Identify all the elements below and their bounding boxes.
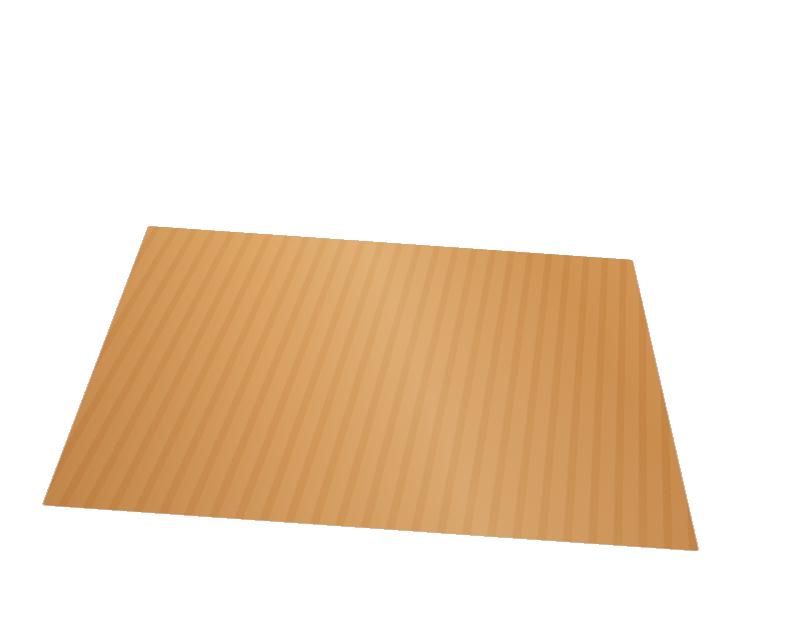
white-stone[interactable] — [149, 226, 633, 260]
black-stone[interactable] — [149, 226, 633, 260]
hoshi-point — [149, 226, 633, 260]
white-stone[interactable] — [149, 226, 633, 260]
hoshi-point — [149, 226, 633, 260]
black-stone[interactable] — [149, 226, 633, 260]
hoshi-point — [149, 226, 633, 260]
black-stone[interactable] — [149, 226, 633, 260]
white-stone[interactable] — [149, 226, 633, 260]
black-stone[interactable] — [149, 226, 633, 260]
black-stone[interactable] — [149, 226, 633, 260]
white-stone[interactable] — [149, 226, 633, 260]
black-stone[interactable] — [149, 226, 633, 260]
white-stone[interactable] — [149, 226, 633, 260]
black-stone[interactable] — [149, 226, 633, 260]
white-stone[interactable] — [149, 226, 633, 260]
white-stone[interactable] — [149, 226, 633, 260]
black-stone[interactable] — [149, 226, 633, 260]
black-stone[interactable] — [149, 226, 633, 260]
white-stone[interactable] — [149, 226, 633, 260]
white-stone[interactable] — [149, 226, 633, 260]
black-stone[interactable] — [149, 226, 633, 260]
board-scene — [62, 44, 702, 640]
black-stone[interactable] — [149, 226, 633, 260]
white-stone[interactable] — [149, 226, 633, 260]
black-stone[interactable] — [149, 226, 633, 260]
go-board[interactable] — [43, 226, 699, 551]
black-stone[interactable] — [149, 226, 633, 260]
black-stone[interactable] — [149, 226, 633, 260]
black-stone[interactable] — [149, 226, 633, 260]
white-stone[interactable] — [149, 226, 633, 260]
white-stone[interactable] — [149, 226, 633, 260]
hoshi-point — [149, 226, 633, 260]
white-stone[interactable] — [149, 226, 633, 260]
white-stone[interactable] — [149, 226, 633, 260]
white-stone[interactable] — [149, 226, 633, 260]
white-stone[interactable] — [149, 226, 633, 260]
white-stone[interactable] — [149, 226, 633, 260]
black-stone[interactable] — [149, 226, 633, 260]
board-grid[interactable] — [149, 226, 633, 260]
white-stone[interactable] — [149, 226, 633, 260]
black-stone[interactable] — [149, 226, 633, 260]
white-stone[interactable] — [149, 226, 633, 260]
black-stone[interactable] — [149, 226, 633, 260]
hoshi-point — [149, 226, 633, 260]
black-stone[interactable] — [149, 226, 633, 260]
black-stone[interactable] — [149, 226, 633, 260]
hoshi-point — [149, 226, 633, 260]
white-stone[interactable] — [149, 226, 633, 260]
white-stone[interactable] — [149, 226, 633, 260]
hoshi-point — [149, 226, 633, 260]
black-stone[interactable] — [149, 226, 633, 260]
black-stone[interactable] — [149, 226, 633, 260]
black-stone[interactable] — [149, 226, 633, 260]
black-stone[interactable] — [149, 226, 633, 260]
black-stone[interactable] — [149, 226, 633, 260]
board-side-face — [42, 505, 700, 575]
white-stone[interactable] — [149, 226, 633, 260]
white-stone[interactable] — [149, 226, 633, 260]
black-stone[interactable] — [149, 226, 633, 260]
black-stone[interactable] — [149, 226, 633, 260]
black-stone[interactable] — [149, 226, 633, 260]
board-tilt-wrapper — [62, 44, 702, 640]
white-stone[interactable] — [149, 226, 633, 260]
black-stone[interactable] — [149, 226, 633, 260]
black-stone[interactable] — [149, 226, 633, 260]
hoshi-point — [149, 226, 633, 260]
white-stone[interactable] — [149, 226, 633, 260]
black-stone[interactable] — [149, 226, 633, 260]
hoshi-point — [149, 226, 633, 260]
white-stone[interactable] — [149, 226, 633, 260]
black-stone[interactable] — [149, 226, 633, 260]
white-stone[interactable] — [149, 226, 633, 260]
white-stone[interactable] — [149, 226, 633, 260]
white-stone[interactable] — [149, 226, 633, 260]
black-stone[interactable] — [149, 226, 633, 260]
white-stone[interactable] — [149, 226, 633, 260]
black-stone[interactable] — [149, 226, 633, 260]
white-stone[interactable] — [149, 226, 633, 260]
white-stone[interactable] — [149, 226, 633, 260]
white-stone[interactable] — [149, 226, 633, 260]
photo-background — [0, 0, 800, 640]
white-stone[interactable] — [149, 226, 633, 260]
black-stone[interactable] — [149, 226, 633, 260]
black-stone[interactable] — [149, 226, 633, 260]
black-stone[interactable] — [149, 226, 633, 260]
black-stone[interactable] — [149, 226, 633, 260]
white-stone[interactable] — [149, 226, 633, 260]
white-stone[interactable] — [149, 226, 633, 260]
white-stone[interactable] — [149, 226, 633, 260]
black-stone[interactable] — [149, 226, 633, 260]
black-stone[interactable] — [149, 226, 633, 260]
black-stone[interactable] — [149, 226, 633, 260]
